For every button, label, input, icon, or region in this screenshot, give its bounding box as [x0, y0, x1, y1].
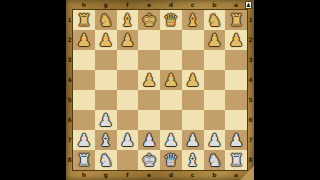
black-piece-P-g6[interactable]: ♟: [98, 110, 113, 130]
square-h6[interactable]: [73, 110, 95, 130]
black-piece-K-e8[interactable]: ♚: [142, 150, 157, 170]
square-h8[interactable]: ♜: [73, 150, 95, 170]
square-h3[interactable]: [73, 50, 95, 70]
black-piece-B-g7[interactable]: ♝: [98, 130, 113, 150]
square-a3[interactable]: [225, 50, 247, 70]
chess-board[interactable]: ♜♞♝♚♛♝♞♜♟♟♟♟♟♟♟♟♟♟♝♟♟♟♟♟♟♜♞♚♛♝♞♜: [73, 10, 247, 170]
white-piece-R-a1[interactable]: ♜: [229, 10, 244, 30]
rank-label-5: 5: [247, 90, 254, 110]
black-piece-N-b8[interactable]: ♞: [207, 150, 222, 170]
square-a5[interactable]: [225, 90, 247, 110]
square-c7[interactable]: ♟: [182, 130, 204, 150]
square-a2[interactable]: ♟: [225, 30, 247, 50]
square-e6[interactable]: [138, 110, 160, 130]
square-c3[interactable]: [182, 50, 204, 70]
square-b3[interactable]: [204, 50, 226, 70]
file-label-c: c: [182, 0, 204, 10]
file-labels-bottom: hgfedcba: [73, 170, 247, 180]
square-f1[interactable]: ♝: [117, 10, 139, 30]
rank-label-4: 4: [247, 70, 254, 90]
square-b5[interactable]: [204, 90, 226, 110]
square-c1[interactable]: ♝: [182, 10, 204, 30]
chess-board-frame: hgfedcba hgfedcba 12345678 12345678 ♜♞♝♚…: [66, 0, 254, 180]
square-f8[interactable]: [117, 150, 139, 170]
square-e7[interactable]: ♟: [138, 130, 160, 150]
white-piece-Q-d1[interactable]: ♛: [163, 10, 178, 30]
white-piece-P-g2[interactable]: ♟: [98, 30, 113, 50]
rank-labels-left: 12345678: [66, 10, 73, 170]
file-label-a: a: [225, 0, 247, 10]
square-e8[interactable]: ♚: [138, 150, 160, 170]
square-h2[interactable]: ♟: [73, 30, 95, 50]
white-piece-K-e1[interactable]: ♚: [142, 10, 157, 30]
square-c2[interactable]: [182, 30, 204, 50]
square-g8[interactable]: ♞: [95, 150, 117, 170]
square-c6[interactable]: [182, 110, 204, 130]
black-piece-P-h7[interactable]: ♟: [76, 130, 91, 150]
black-piece-R-h8[interactable]: ♜: [76, 150, 91, 170]
square-e3[interactable]: [138, 50, 160, 70]
rank-label-2: 2: [66, 30, 73, 50]
white-piece-N-b1[interactable]: ♞: [207, 10, 222, 30]
square-h5[interactable]: [73, 90, 95, 110]
rank-label-1: 1: [247, 10, 254, 30]
black-piece-P-b7[interactable]: ♟: [207, 130, 222, 150]
black-piece-N-g8[interactable]: ♞: [98, 150, 113, 170]
square-f5[interactable]: [117, 90, 139, 110]
rank-label-3: 3: [66, 50, 73, 70]
white-piece-P-e4[interactable]: ♟: [142, 70, 157, 90]
square-g5[interactable]: [95, 90, 117, 110]
rank-label-8: 8: [247, 150, 254, 170]
square-c8[interactable]: ♝: [182, 150, 204, 170]
square-d1[interactable]: ♛: [160, 10, 182, 30]
square-b7[interactable]: ♟: [204, 130, 226, 150]
square-g4[interactable]: [95, 70, 117, 90]
black-piece-Q-d8[interactable]: ♛: [163, 150, 178, 170]
square-d2[interactable]: [160, 30, 182, 50]
square-h4[interactable]: [73, 70, 95, 90]
file-labels-top: hgfedcba: [73, 0, 247, 10]
square-b2[interactable]: ♟: [204, 30, 226, 50]
square-e5[interactable]: [138, 90, 160, 110]
file-label-a: a: [225, 170, 247, 180]
white-piece-P-a2[interactable]: ♟: [229, 30, 244, 50]
black-piece-P-a7[interactable]: ♟: [229, 130, 244, 150]
white-piece-P-h2[interactable]: ♟: [76, 30, 91, 50]
file-label-h: h: [73, 170, 95, 180]
white-piece-P-d4[interactable]: ♟: [163, 70, 178, 90]
file-label-e: e: [138, 0, 160, 10]
white-piece-R-h1[interactable]: ♜: [76, 10, 91, 30]
file-label-b: b: [204, 170, 226, 180]
square-b1[interactable]: ♞: [204, 10, 226, 30]
square-d4[interactable]: ♟: [160, 70, 182, 90]
file-label-f: f: [117, 0, 139, 10]
square-f6[interactable]: [117, 110, 139, 130]
black-piece-P-d7[interactable]: ♟: [163, 130, 178, 150]
square-b8[interactable]: ♞: [204, 150, 226, 170]
black-piece-P-c7[interactable]: ♟: [185, 130, 200, 150]
rank-label-6: 6: [66, 110, 73, 130]
square-a4[interactable]: [225, 70, 247, 90]
white-piece-B-f1[interactable]: ♝: [120, 10, 135, 30]
app-pawn-icon[interactable]: ♟: [245, 1, 252, 9]
square-f3[interactable]: [117, 50, 139, 70]
file-label-f: f: [117, 170, 139, 180]
file-label-d: d: [160, 0, 182, 10]
square-d8[interactable]: ♛: [160, 150, 182, 170]
file-label-d: d: [160, 170, 182, 180]
file-label-b: b: [204, 0, 226, 10]
file-label-e: e: [138, 170, 160, 180]
square-d6[interactable]: [160, 110, 182, 130]
white-piece-P-c4[interactable]: ♟: [185, 70, 200, 90]
square-c4[interactable]: ♟: [182, 70, 204, 90]
file-label-c: c: [182, 170, 204, 180]
rank-label-7: 7: [66, 130, 73, 150]
square-g6[interactable]: ♟: [95, 110, 117, 130]
square-g7[interactable]: ♝: [95, 130, 117, 150]
square-e1[interactable]: ♚: [138, 10, 160, 30]
square-a1[interactable]: ♜: [225, 10, 247, 30]
rank-label-1: 1: [66, 10, 73, 30]
rank-labels-right: 12345678: [247, 10, 254, 170]
rank-label-3: 3: [247, 50, 254, 70]
square-d5[interactable]: [160, 90, 182, 110]
app-window: hgfedcba hgfedcba 12345678 12345678 ♜♞♝♚…: [0, 0, 320, 180]
file-label-h: h: [73, 0, 95, 10]
square-e2[interactable]: [138, 30, 160, 50]
black-piece-P-f7[interactable]: ♟: [120, 130, 135, 150]
rank-label-2: 2: [247, 30, 254, 50]
square-a7[interactable]: ♟: [225, 130, 247, 150]
white-piece-P-f2[interactable]: ♟: [120, 30, 135, 50]
white-piece-B-c1[interactable]: ♝: [185, 10, 200, 30]
rank-label-8: 8: [66, 150, 73, 170]
square-a6[interactable]: [225, 110, 247, 130]
black-piece-B-c8[interactable]: ♝: [185, 150, 200, 170]
square-f2[interactable]: ♟: [117, 30, 139, 50]
file-label-g: g: [95, 170, 117, 180]
square-d3[interactable]: [160, 50, 182, 70]
black-piece-P-e7[interactable]: ♟: [142, 130, 157, 150]
square-g2[interactable]: ♟: [95, 30, 117, 50]
rank-label-6: 6: [247, 110, 254, 130]
file-label-g: g: [95, 0, 117, 10]
square-d7[interactable]: ♟: [160, 130, 182, 150]
rank-label-4: 4: [66, 70, 73, 90]
square-b4[interactable]: [204, 70, 226, 90]
square-f7[interactable]: ♟: [117, 130, 139, 150]
square-c5[interactable]: [182, 90, 204, 110]
rank-label-7: 7: [247, 130, 254, 150]
square-b6[interactable]: [204, 110, 226, 130]
white-piece-P-b2[interactable]: ♟: [207, 30, 222, 50]
rank-label-5: 5: [66, 90, 73, 110]
square-h7[interactable]: ♟: [73, 130, 95, 150]
square-h1[interactable]: ♜: [73, 10, 95, 30]
white-piece-N-g1[interactable]: ♞: [98, 10, 113, 30]
square-f4[interactable]: [117, 70, 139, 90]
square-a8[interactable]: ♜: [225, 150, 247, 170]
square-e4[interactable]: ♟: [138, 70, 160, 90]
black-piece-R-a8[interactable]: ♜: [229, 150, 244, 170]
square-g3[interactable]: [95, 50, 117, 70]
square-g1[interactable]: ♞: [95, 10, 117, 30]
